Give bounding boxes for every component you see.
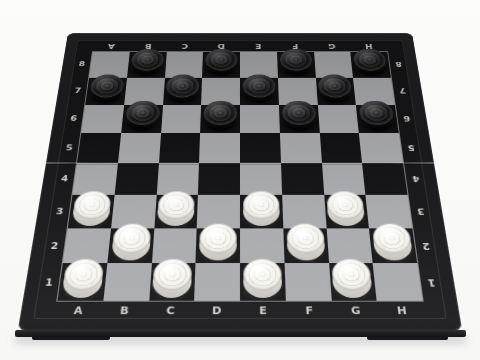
square-h2[interactable] (369, 228, 417, 263)
square-a7[interactable] (85, 78, 127, 105)
white-checker-g1[interactable] (331, 259, 372, 291)
square-h1[interactable] (373, 263, 423, 300)
square-g1[interactable] (329, 263, 377, 300)
board-foot-right (367, 337, 448, 340)
square-b2[interactable] (107, 228, 154, 263)
file-label-bottom-f: F (305, 305, 313, 316)
square-c5[interactable] (159, 133, 201, 163)
black-checker-h6[interactable] (358, 101, 394, 125)
white-checker-h2[interactable] (372, 224, 413, 254)
file-label-bottom-d: D (212, 305, 222, 316)
rank-label-left-5: 5 (65, 144, 73, 152)
square-f6[interactable] (279, 105, 320, 133)
file-label-bottom-e: E (259, 305, 267, 316)
square-g7[interactable] (315, 78, 356, 105)
white-checker-a3[interactable] (72, 191, 112, 219)
checkers-board: ABCDEFGH ABCDEFGH 87654321 87654321 (18, 33, 463, 331)
square-f4[interactable] (281, 163, 324, 195)
square-a3[interactable] (68, 195, 115, 228)
square-e3[interactable] (240, 195, 283, 228)
file-label-top-g: G (328, 42, 336, 49)
file-label-bottom-a: A (73, 305, 83, 316)
rank-label-left-2: 2 (50, 241, 59, 251)
square-f8[interactable] (277, 52, 316, 78)
square-e7[interactable] (240, 78, 279, 105)
rank-label-right-2: 2 (421, 241, 430, 251)
fold-seam (46, 162, 434, 164)
square-a5[interactable] (77, 133, 121, 163)
rank-label-left-8: 8 (78, 61, 85, 68)
product-photo-scene: ABCDEFGH ABCDEFGH 87654321 87654321 (0, 0, 480, 360)
rank-label-right-7: 7 (398, 87, 406, 94)
rank-label-right-5: 5 (407, 144, 415, 152)
square-f2[interactable] (283, 228, 329, 263)
square-b1[interactable] (103, 263, 151, 300)
square-g6[interactable] (317, 105, 359, 133)
white-checker-b2[interactable] (111, 224, 151, 254)
black-checker-b8[interactable] (130, 49, 164, 71)
square-a1[interactable] (57, 263, 107, 300)
square-f5[interactable] (280, 133, 322, 163)
file-label-top-e: E (255, 42, 261, 49)
black-checker-b6[interactable] (125, 101, 161, 125)
square-c1[interactable] (149, 263, 196, 300)
white-checker-f2[interactable] (286, 224, 325, 254)
square-d6[interactable] (200, 105, 240, 133)
rank-label-left-1: 1 (44, 278, 53, 288)
black-checker-g7[interactable] (318, 74, 353, 97)
square-b6[interactable] (121, 105, 163, 133)
rank-label-right-1: 1 (426, 278, 435, 288)
square-e5[interactable] (240, 133, 281, 163)
square-d1[interactable] (194, 263, 240, 300)
rank-label-left-4: 4 (60, 174, 68, 183)
black-checker-d8[interactable] (205, 49, 237, 71)
black-checker-h8[interactable] (353, 49, 388, 71)
file-label-bottom-h: H (397, 305, 408, 316)
square-d8[interactable] (202, 52, 240, 78)
file-label-bottom-c: C (166, 305, 175, 316)
black-checker-a7[interactable] (89, 74, 125, 97)
square-f1[interactable] (284, 263, 331, 300)
white-checker-g3[interactable] (326, 191, 365, 219)
square-c3[interactable] (154, 195, 198, 228)
rank-label-right-4: 4 (411, 174, 419, 183)
white-checker-e1[interactable] (243, 259, 282, 291)
square-a6[interactable] (81, 105, 124, 133)
black-checker-f6[interactable] (281, 101, 316, 125)
square-e1[interactable] (240, 263, 286, 300)
square-d5[interactable] (199, 133, 240, 163)
square-h4[interactable] (362, 163, 407, 195)
file-label-bottom-b: B (120, 305, 130, 316)
square-b5[interactable] (118, 133, 161, 163)
rank-label-left-3: 3 (55, 207, 64, 216)
rank-label-right-8: 8 (394, 61, 401, 68)
file-label-bottom-g: G (351, 305, 361, 316)
board-edge-base (15, 330, 466, 337)
square-c7[interactable] (163, 78, 203, 105)
file-label-top-a: A (107, 42, 115, 49)
white-checker-a1[interactable] (62, 259, 104, 291)
file-label-top-c: C (181, 42, 188, 49)
playing-grid (56, 51, 424, 301)
white-checker-e3[interactable] (243, 191, 280, 219)
square-c6[interactable] (161, 105, 202, 133)
board-foot-left (32, 337, 110, 340)
white-checker-c3[interactable] (158, 191, 196, 219)
white-checker-c1[interactable] (153, 259, 193, 291)
square-e6[interactable] (240, 105, 280, 133)
rank-label-right-6: 6 (402, 115, 410, 123)
square-h5[interactable] (359, 133, 403, 163)
white-checker-d2[interactable] (199, 224, 237, 254)
black-checker-d6[interactable] (203, 101, 237, 125)
square-g3[interactable] (324, 195, 369, 228)
rank-label-right-3: 3 (416, 207, 425, 216)
rank-label-left-6: 6 (70, 115, 78, 123)
square-d2[interactable] (196, 228, 240, 263)
square-g5[interactable] (319, 133, 362, 163)
square-b4[interactable] (114, 163, 158, 195)
rank-label-left-7: 7 (74, 87, 82, 94)
black-checker-e7[interactable] (243, 74, 276, 97)
file-labels-bottom: ABCDEFGH (54, 302, 426, 319)
square-h8[interactable] (350, 52, 390, 78)
square-d4[interactable] (198, 163, 240, 195)
black-checker-c7[interactable] (166, 74, 200, 97)
square-h6[interactable] (356, 105, 399, 133)
black-checker-f8[interactable] (279, 49, 312, 71)
square-b8[interactable] (127, 52, 167, 78)
